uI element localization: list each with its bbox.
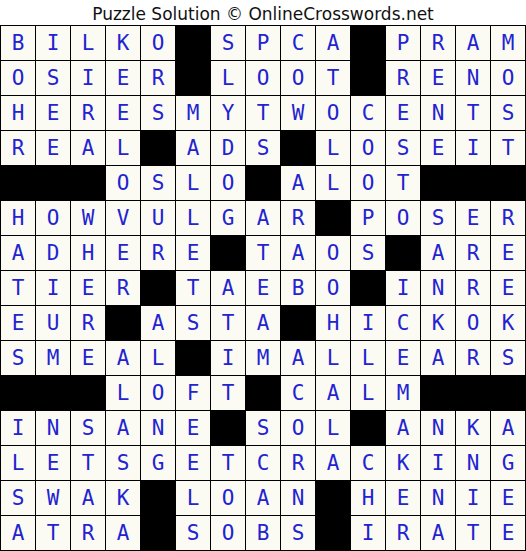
- letter-cell-r8c12: I: [386, 271, 420, 305]
- block-cell-r7c7: [211, 236, 245, 270]
- letter-cell-r15c1: A: [1, 516, 35, 550]
- letter-cell-r3c10: O: [316, 96, 350, 130]
- letter-cell-r8c9: B: [281, 271, 315, 305]
- letter-cell-r15c13: A: [421, 516, 455, 550]
- letter-cell-r6c5: U: [141, 201, 175, 235]
- letter-cell-r11c4: L: [106, 376, 140, 410]
- block-cell-r2c6: [176, 61, 210, 95]
- letter-cell-r15c3: R: [71, 516, 105, 550]
- letter-cell-r11c5: O: [141, 376, 175, 410]
- letter-cell-r5c11: O: [351, 166, 385, 200]
- letter-cell-r9c7: T: [211, 306, 245, 340]
- letter-cell-r12c9: O: [281, 411, 315, 445]
- block-cell-r7c12: [386, 236, 420, 270]
- block-cell-r11c14: [456, 376, 490, 410]
- letter-cell-r4c11: O: [351, 131, 385, 165]
- letter-cell-r10c1: S: [1, 341, 35, 375]
- letter-cell-r12c13: N: [421, 411, 455, 445]
- block-cell-r12c7: [211, 411, 245, 445]
- block-cell-r12c11: [351, 411, 385, 445]
- letter-cell-r8c13: N: [421, 271, 455, 305]
- letter-cell-r13c13: I: [421, 446, 455, 480]
- block-cell-r11c8: [246, 376, 280, 410]
- letter-cell-r3c5: S: [141, 96, 175, 130]
- letter-cell-r5c12: T: [386, 166, 420, 200]
- letter-cell-r13c15: G: [491, 446, 525, 480]
- block-cell-r10c6: [176, 341, 210, 375]
- letter-cell-r3c15: S: [491, 96, 525, 130]
- letter-cell-r7c8: T: [246, 236, 280, 270]
- letter-cell-r15c14: T: [456, 516, 490, 550]
- letter-cell-r9c13: K: [421, 306, 455, 340]
- letter-cell-r8c1: T: [1, 271, 35, 305]
- letter-cell-r6c12: O: [386, 201, 420, 235]
- letter-cell-r15c8: B: [246, 516, 280, 550]
- letter-cell-r5c7: O: [211, 166, 245, 200]
- letter-cell-r15c12: R: [386, 516, 420, 550]
- letter-cell-r4c13: E: [421, 131, 455, 165]
- letter-cell-r6c13: S: [421, 201, 455, 235]
- letter-cell-r1c1: B: [1, 26, 35, 60]
- letter-cell-r11c9: C: [281, 376, 315, 410]
- letter-cell-r12c10: L: [316, 411, 350, 445]
- letter-cell-r2c14: N: [456, 61, 490, 95]
- letter-cell-r10c5: L: [141, 341, 175, 375]
- letter-cell-r10c12: E: [386, 341, 420, 375]
- block-cell-r15c10: [316, 516, 350, 550]
- letter-cell-r12c2: N: [36, 411, 70, 445]
- letter-cell-r7c6: E: [176, 236, 210, 270]
- letter-cell-r3c9: W: [281, 96, 315, 130]
- letter-cell-r10c2: M: [36, 341, 70, 375]
- letter-cell-r12c6: E: [176, 411, 210, 445]
- title-bar: Puzzle Solution © OnlineCrosswords.net: [0, 0, 526, 25]
- letter-cell-r1c4: K: [106, 26, 140, 60]
- letter-cell-r15c4: A: [106, 516, 140, 550]
- letter-cell-r12c12: A: [386, 411, 420, 445]
- letter-cell-r2c13: E: [421, 61, 455, 95]
- letter-cell-r2c5: R: [141, 61, 175, 95]
- letter-cell-r10c15: S: [491, 341, 525, 375]
- letter-cell-r4c6: A: [176, 131, 210, 165]
- letter-cell-r9c3: R: [71, 306, 105, 340]
- letter-cell-r14c9: N: [281, 481, 315, 515]
- letter-cell-r8c7: A: [211, 271, 245, 305]
- letter-cell-r7c11: S: [351, 236, 385, 270]
- letter-cell-r11c6: F: [176, 376, 210, 410]
- letter-cell-r13c2: E: [36, 446, 70, 480]
- letter-cell-r6c1: H: [1, 201, 35, 235]
- letter-cell-r1c2: I: [36, 26, 70, 60]
- letter-cell-r4c4: L: [106, 131, 140, 165]
- letter-cell-r14c1: S: [1, 481, 35, 515]
- letter-cell-r9c14: O: [456, 306, 490, 340]
- letter-cell-r6c7: G: [211, 201, 245, 235]
- letter-cell-r13c5: G: [141, 446, 175, 480]
- letter-cell-r15c2: T: [36, 516, 70, 550]
- block-cell-r11c2: [36, 376, 70, 410]
- block-cell-r11c15: [491, 376, 525, 410]
- letter-cell-r9c12: C: [386, 306, 420, 340]
- letter-cell-r5c10: L: [316, 166, 350, 200]
- letter-cell-r6c4: V: [106, 201, 140, 235]
- letter-cell-r11c11: L: [351, 376, 385, 410]
- letter-cell-r2c3: I: [71, 61, 105, 95]
- letter-cell-r14c15: E: [491, 481, 525, 515]
- letter-cell-r6c14: E: [456, 201, 490, 235]
- block-cell-r5c13: [421, 166, 455, 200]
- block-cell-r4c9: [281, 131, 315, 165]
- letter-cell-r10c10: L: [316, 341, 350, 375]
- letter-cell-r11c7: T: [211, 376, 245, 410]
- block-cell-r1c11: [351, 26, 385, 60]
- letter-cell-r1c14: A: [456, 26, 490, 60]
- letter-cell-r1c5: O: [141, 26, 175, 60]
- letter-cell-r4c1: R: [1, 131, 35, 165]
- letter-cell-r14c3: A: [71, 481, 105, 515]
- letter-cell-r13c8: C: [246, 446, 280, 480]
- letter-cell-r6c3: W: [71, 201, 105, 235]
- letter-cell-r4c8: S: [246, 131, 280, 165]
- letter-cell-r15c11: I: [351, 516, 385, 550]
- block-cell-r5c1: [1, 166, 35, 200]
- letter-cell-r5c6: L: [176, 166, 210, 200]
- letter-cell-r9c15: K: [491, 306, 525, 340]
- letter-cell-r9c11: I: [351, 306, 385, 340]
- letter-cell-r6c8: A: [246, 201, 280, 235]
- letter-cell-r14c2: W: [36, 481, 70, 515]
- block-cell-r11c3: [71, 376, 105, 410]
- letter-cell-r14c8: A: [246, 481, 280, 515]
- block-cell-r11c13: [421, 376, 455, 410]
- letter-cell-r4c15: T: [491, 131, 525, 165]
- letter-cell-r3c4: E: [106, 96, 140, 130]
- letter-cell-r2c2: S: [36, 61, 70, 95]
- letter-cell-r5c9: A: [281, 166, 315, 200]
- letter-cell-r2c10: T: [316, 61, 350, 95]
- letter-cell-r12c8: S: [246, 411, 280, 445]
- letter-cell-r7c3: H: [71, 236, 105, 270]
- block-cell-r1c6: [176, 26, 210, 60]
- letter-cell-r10c3: E: [71, 341, 105, 375]
- letter-cell-r8c10: O: [316, 271, 350, 305]
- letter-cell-r14c11: H: [351, 481, 385, 515]
- letter-cell-r7c4: E: [106, 236, 140, 270]
- letter-cell-r3c11: C: [351, 96, 385, 130]
- letter-cell-r12c4: A: [106, 411, 140, 445]
- letter-cell-r5c5: S: [141, 166, 175, 200]
- letter-cell-r9c5: A: [141, 306, 175, 340]
- letter-cell-r1c7: S: [211, 26, 245, 60]
- letter-cell-r3c7: Y: [211, 96, 245, 130]
- block-cell-r5c2: [36, 166, 70, 200]
- letter-cell-r12c3: S: [71, 411, 105, 445]
- letter-cell-r9c2: U: [36, 306, 70, 340]
- block-cell-r2c11: [351, 61, 385, 95]
- letter-cell-r13c4: S: [106, 446, 140, 480]
- letter-cell-r13c12: K: [386, 446, 420, 480]
- block-cell-r11c1: [1, 376, 35, 410]
- letter-cell-r13c6: E: [176, 446, 210, 480]
- letter-cell-r8c14: R: [456, 271, 490, 305]
- letter-cell-r15c9: S: [281, 516, 315, 550]
- crossword-grid: BILKOSPCAPRAMOSIERLOOTRENOHERESMYTWOCENT…: [0, 25, 526, 551]
- letter-cell-r7c1: A: [1, 236, 35, 270]
- block-cell-r8c5: [141, 271, 175, 305]
- letter-cell-r13c11: C: [351, 446, 385, 480]
- letter-cell-r3c14: T: [456, 96, 490, 130]
- letter-cell-r8c3: E: [71, 271, 105, 305]
- letter-cell-r9c6: S: [176, 306, 210, 340]
- letter-cell-r1c10: A: [316, 26, 350, 60]
- letter-cell-r6c2: O: [36, 201, 70, 235]
- letter-cell-r2c9: O: [281, 61, 315, 95]
- letter-cell-r1c12: P: [386, 26, 420, 60]
- letter-cell-r1c3: L: [71, 26, 105, 60]
- letter-cell-r4c14: I: [456, 131, 490, 165]
- block-cell-r9c4: [106, 306, 140, 340]
- letter-cell-r10c9: A: [281, 341, 315, 375]
- letter-cell-r9c1: E: [1, 306, 35, 340]
- letter-cell-r7c14: R: [456, 236, 490, 270]
- letter-cell-r13c1: L: [1, 446, 35, 480]
- letter-cell-r3c13: N: [421, 96, 455, 130]
- letter-cell-r10c13: A: [421, 341, 455, 375]
- letter-cell-r7c15: E: [491, 236, 525, 270]
- letter-cell-r10c4: A: [106, 341, 140, 375]
- letter-cell-r2c7: L: [211, 61, 245, 95]
- letter-cell-r4c7: D: [211, 131, 245, 165]
- letter-cell-r10c8: M: [246, 341, 280, 375]
- letter-cell-r4c2: E: [36, 131, 70, 165]
- letter-cell-r15c15: E: [491, 516, 525, 550]
- letter-cell-r3c12: E: [386, 96, 420, 130]
- letter-cell-r11c12: M: [386, 376, 420, 410]
- letter-cell-r2c1: O: [1, 61, 35, 95]
- letter-cell-r7c5: R: [141, 236, 175, 270]
- letter-cell-r8c2: I: [36, 271, 70, 305]
- letter-cell-r10c14: R: [456, 341, 490, 375]
- block-cell-r8c11: [351, 271, 385, 305]
- block-cell-r5c3: [71, 166, 105, 200]
- letter-cell-r7c9: A: [281, 236, 315, 270]
- letter-cell-r14c4: K: [106, 481, 140, 515]
- letter-cell-r6c15: R: [491, 201, 525, 235]
- letter-cell-r1c13: R: [421, 26, 455, 60]
- letter-cell-r1c15: M: [491, 26, 525, 60]
- letter-cell-r13c9: R: [281, 446, 315, 480]
- letter-cell-r15c7: O: [211, 516, 245, 550]
- letter-cell-r8c4: R: [106, 271, 140, 305]
- letter-cell-r14c13: N: [421, 481, 455, 515]
- letter-cell-r8c6: T: [176, 271, 210, 305]
- letter-cell-r2c15: O: [491, 61, 525, 95]
- letter-cell-r7c2: D: [36, 236, 70, 270]
- letter-cell-r13c14: N: [456, 446, 490, 480]
- letter-cell-r3c8: T: [246, 96, 280, 130]
- letter-cell-r7c10: O: [316, 236, 350, 270]
- letter-cell-r12c1: I: [1, 411, 35, 445]
- block-cell-r5c15: [491, 166, 525, 200]
- letter-cell-r13c7: T: [211, 446, 245, 480]
- letter-cell-r2c8: O: [246, 61, 280, 95]
- puzzle-title: Puzzle Solution © OnlineCrosswords.net: [92, 4, 434, 24]
- letter-cell-r8c8: E: [246, 271, 280, 305]
- letter-cell-r2c12: R: [386, 61, 420, 95]
- letter-cell-r12c14: K: [456, 411, 490, 445]
- letter-cell-r1c9: C: [281, 26, 315, 60]
- letter-cell-r6c6: L: [176, 201, 210, 235]
- block-cell-r15c5: [141, 516, 175, 550]
- letter-cell-r4c12: S: [386, 131, 420, 165]
- letter-cell-r12c15: A: [491, 411, 525, 445]
- letter-cell-r9c8: A: [246, 306, 280, 340]
- block-cell-r6c10: [316, 201, 350, 235]
- letter-cell-r5c4: O: [106, 166, 140, 200]
- letter-cell-r4c10: L: [316, 131, 350, 165]
- block-cell-r9c9: [281, 306, 315, 340]
- letter-cell-r15c6: S: [176, 516, 210, 550]
- letter-cell-r10c11: L: [351, 341, 385, 375]
- block-cell-r4c5: [141, 131, 175, 165]
- letter-cell-r7c13: A: [421, 236, 455, 270]
- letter-cell-r9c10: H: [316, 306, 350, 340]
- letter-cell-r14c14: I: [456, 481, 490, 515]
- letter-cell-r14c12: E: [386, 481, 420, 515]
- letter-cell-r6c11: P: [351, 201, 385, 235]
- letter-cell-r3c6: M: [176, 96, 210, 130]
- letter-cell-r8c15: E: [491, 271, 525, 305]
- letter-cell-r3c3: R: [71, 96, 105, 130]
- letter-cell-r3c1: H: [1, 96, 35, 130]
- letter-cell-r14c6: L: [176, 481, 210, 515]
- letter-cell-r12c5: N: [141, 411, 175, 445]
- block-cell-r5c14: [456, 166, 490, 200]
- letter-cell-r4c3: A: [71, 131, 105, 165]
- letter-cell-r3c2: E: [36, 96, 70, 130]
- letter-cell-r13c10: A: [316, 446, 350, 480]
- letter-cell-r1c8: P: [246, 26, 280, 60]
- letter-cell-r6c9: R: [281, 201, 315, 235]
- block-cell-r14c10: [316, 481, 350, 515]
- letter-cell-r13c3: T: [71, 446, 105, 480]
- letter-cell-r11c10: A: [316, 376, 350, 410]
- block-cell-r14c5: [141, 481, 175, 515]
- block-cell-r5c8: [246, 166, 280, 200]
- letter-cell-r10c7: I: [211, 341, 245, 375]
- letter-cell-r2c4: E: [106, 61, 140, 95]
- letter-cell-r14c7: O: [211, 481, 245, 515]
- puzzle-solution-page: Puzzle Solution © OnlineCrosswords.net B…: [0, 0, 526, 551]
